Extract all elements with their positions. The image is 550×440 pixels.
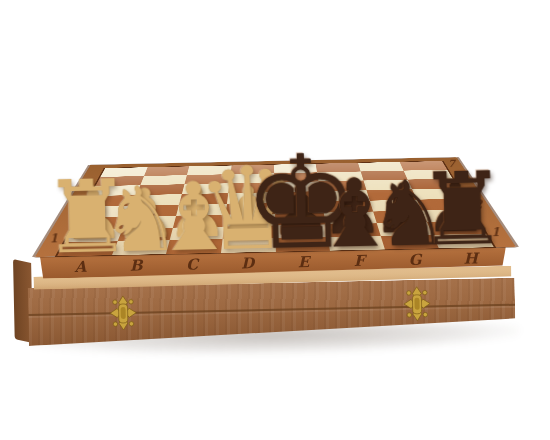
chess-set-photo: ABCDEFGH 1127♟♟♟♟♟♟♟♟♜♞♝♛♚♝♞♜ xyxy=(0,0,550,440)
piece-black-rook: ♜ xyxy=(416,159,508,261)
pieces-layer: 1127♟♟♟♟♟♟♟♟♜♞♝♛♚♝♞♜ xyxy=(0,0,550,440)
folding-chess-box: ABCDEFGH 1127♟♟♟♟♟♟♟♟♜♞♝♛♚♝♞♜ xyxy=(0,0,550,440)
